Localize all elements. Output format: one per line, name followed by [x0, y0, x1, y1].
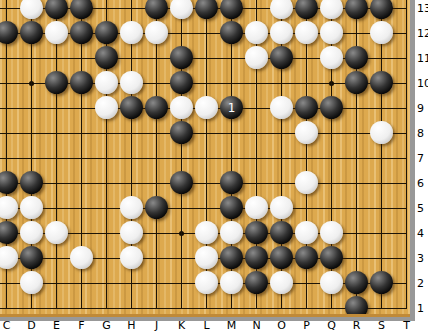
- row-label-4: 4: [417, 221, 428, 246]
- cell-F9[interactable]: [69, 96, 94, 121]
- cell-R1[interactable]: [344, 296, 369, 317]
- cell-L6[interactable]: [194, 171, 219, 196]
- cell-M12[interactable]: [219, 21, 244, 46]
- cell-S2[interactable]: [369, 271, 394, 296]
- white-stone-S8: [370, 121, 393, 144]
- cell-L1[interactable]: [194, 296, 219, 317]
- white-stone-P4: [295, 221, 318, 244]
- cell-K6[interactable]: [169, 171, 194, 196]
- cell-E10[interactable]: [44, 71, 69, 96]
- cell-J7[interactable]: [144, 146, 169, 171]
- cell-S5[interactable]: [369, 196, 394, 221]
- cell-G7[interactable]: [94, 146, 119, 171]
- cell-J4[interactable]: [144, 221, 169, 246]
- cell-Q11[interactable]: [319, 46, 344, 71]
- cell-M4[interactable]: [219, 221, 244, 246]
- cell-N8[interactable]: [244, 121, 269, 146]
- cell-F10[interactable]: [69, 71, 94, 96]
- cell-K10[interactable]: [169, 71, 194, 96]
- black-stone-K6: [170, 171, 193, 194]
- go-board: 1: [0, 0, 410, 317]
- cell-C5[interactable]: [0, 196, 19, 221]
- black-stone-E13: [45, 0, 68, 19]
- black-stone-M9: 1: [220, 96, 243, 119]
- cell-F13[interactable]: [69, 0, 94, 21]
- white-stone-H3: [120, 246, 143, 269]
- cell-L7[interactable]: [194, 146, 219, 171]
- cell-L9[interactable]: [194, 96, 219, 121]
- cell-G6[interactable]: [94, 171, 119, 196]
- cell-O4[interactable]: [269, 221, 294, 246]
- black-stone-R11: [345, 46, 368, 69]
- cell-E3[interactable]: [44, 246, 69, 271]
- white-stone-D4: [20, 221, 43, 244]
- cell-T8[interactable]: [394, 121, 410, 146]
- move-number-label: 1: [220, 96, 243, 119]
- cell-M1[interactable]: [219, 296, 244, 317]
- cell-N11[interactable]: [244, 46, 269, 71]
- cell-N4[interactable]: [244, 221, 269, 246]
- cell-M10[interactable]: [219, 71, 244, 96]
- cell-F2[interactable]: [69, 271, 94, 296]
- cell-L11[interactable]: [194, 46, 219, 71]
- cell-J12[interactable]: [144, 21, 169, 46]
- black-stone-F13: [70, 0, 93, 19]
- black-stone-P3: [295, 246, 318, 269]
- cell-C4[interactable]: [0, 221, 19, 246]
- white-stone-D5: [20, 196, 43, 219]
- white-stone-O9: [270, 96, 293, 119]
- cell-J1[interactable]: [144, 296, 169, 317]
- cell-N1[interactable]: [244, 296, 269, 317]
- cell-T5[interactable]: [394, 196, 410, 221]
- cell-D8[interactable]: [19, 121, 44, 146]
- cell-O8[interactable]: [269, 121, 294, 146]
- column-label-Q: Q: [319, 319, 344, 332]
- cell-G4[interactable]: [94, 221, 119, 246]
- cell-R2[interactable]: [344, 271, 369, 296]
- cell-N5[interactable]: [244, 196, 269, 221]
- cell-E8[interactable]: [44, 121, 69, 146]
- cell-M7[interactable]: [219, 146, 244, 171]
- cell-S12[interactable]: [369, 21, 394, 46]
- cell-M9[interactable]: 1: [219, 96, 244, 121]
- cell-N12[interactable]: [244, 21, 269, 46]
- black-stone-M13: [220, 0, 243, 19]
- cell-R11[interactable]: [344, 46, 369, 71]
- cell-R7[interactable]: [344, 146, 369, 171]
- cell-E11[interactable]: [44, 46, 69, 71]
- white-stone-N11: [245, 46, 268, 69]
- cell-T7[interactable]: [394, 146, 410, 171]
- cell-L3[interactable]: [194, 246, 219, 271]
- cell-G12[interactable]: [94, 21, 119, 46]
- cell-L8[interactable]: [194, 121, 219, 146]
- cell-G9[interactable]: [94, 96, 119, 121]
- cell-L12[interactable]: [194, 21, 219, 46]
- cell-R4[interactable]: [344, 221, 369, 246]
- cell-O2[interactable]: [269, 271, 294, 296]
- cell-P2[interactable]: [294, 271, 319, 296]
- row-label-8: 8: [417, 121, 428, 146]
- cell-H6[interactable]: [119, 171, 144, 196]
- white-stone-O5: [270, 196, 293, 219]
- cell-D7[interactable]: [19, 146, 44, 171]
- cell-P3[interactable]: [294, 246, 319, 271]
- go-board-app: 1 CDEFGHJKLMNOPQRST 13121110987654321: [0, 0, 428, 332]
- cell-H1[interactable]: [119, 296, 144, 317]
- white-stone-C3: [0, 246, 18, 269]
- cell-C7[interactable]: [0, 146, 19, 171]
- column-label-R: R: [344, 319, 369, 332]
- cell-E6[interactable]: [44, 171, 69, 196]
- cell-K3[interactable]: [169, 246, 194, 271]
- row-labels: 13121110987654321: [417, 0, 428, 321]
- black-stone-L13: [195, 0, 218, 19]
- cell-C3[interactable]: [0, 246, 19, 271]
- cell-Q12[interactable]: [319, 21, 344, 46]
- black-stone-K8: [170, 121, 193, 144]
- cell-Q7[interactable]: [319, 146, 344, 171]
- cell-M13[interactable]: [219, 0, 244, 21]
- cell-F12[interactable]: [69, 21, 94, 46]
- cell-D13[interactable]: [19, 0, 44, 21]
- black-stone-Q9: [320, 96, 343, 119]
- cell-F6[interactable]: [69, 171, 94, 196]
- black-stone-Q3: [320, 246, 343, 269]
- cell-P12[interactable]: [294, 21, 319, 46]
- cell-H5[interactable]: [119, 196, 144, 221]
- cell-G3[interactable]: [94, 246, 119, 271]
- white-stone-L4: [195, 221, 218, 244]
- cell-R5[interactable]: [344, 196, 369, 221]
- row-label-10: 10: [417, 71, 428, 96]
- cell-R12[interactable]: [344, 21, 369, 46]
- black-stone-G12: [95, 21, 118, 44]
- cell-J8[interactable]: [144, 121, 169, 146]
- cell-N10[interactable]: [244, 71, 269, 96]
- cell-G10[interactable]: [94, 71, 119, 96]
- cell-Q5[interactable]: [319, 196, 344, 221]
- column-label-J: J: [144, 319, 169, 332]
- white-stone-H4: [120, 221, 143, 244]
- white-stone-J12: [145, 21, 168, 44]
- cell-L5[interactable]: [194, 196, 219, 221]
- cell-C6[interactable]: [0, 171, 19, 196]
- cell-S3[interactable]: [369, 246, 394, 271]
- white-stone-L3: [195, 246, 218, 269]
- cell-P8[interactable]: [294, 121, 319, 146]
- cell-G5[interactable]: [94, 196, 119, 221]
- cell-P9[interactable]: [294, 96, 319, 121]
- cell-C13[interactable]: [0, 0, 19, 21]
- cell-N6[interactable]: [244, 171, 269, 196]
- black-stone-N3: [245, 246, 268, 269]
- cell-S4[interactable]: [369, 221, 394, 246]
- cell-D4[interactable]: [19, 221, 44, 246]
- cell-S10[interactable]: [369, 71, 394, 96]
- cell-O7[interactable]: [269, 146, 294, 171]
- cell-D5[interactable]: [19, 196, 44, 221]
- cell-K11[interactable]: [169, 46, 194, 71]
- white-stone-D13: [20, 0, 43, 19]
- cell-M5[interactable]: [219, 196, 244, 221]
- cell-O9[interactable]: [269, 96, 294, 121]
- cell-Q13[interactable]: [319, 0, 344, 21]
- row-label-1: 1: [417, 296, 428, 321]
- star-point-Q10: [329, 81, 334, 86]
- white-stone-P12: [295, 21, 318, 44]
- cell-O5[interactable]: [269, 196, 294, 221]
- cell-D3[interactable]: [19, 246, 44, 271]
- cell-G11[interactable]: [94, 46, 119, 71]
- cell-N13[interactable]: [244, 0, 269, 21]
- black-stone-M5: [220, 196, 243, 219]
- black-stone-J5: [145, 196, 168, 219]
- black-stone-C4: [0, 221, 18, 244]
- cell-R8[interactable]: [344, 121, 369, 146]
- cell-T12[interactable]: [394, 21, 410, 46]
- cell-K9[interactable]: [169, 96, 194, 121]
- cell-T2[interactable]: [394, 271, 410, 296]
- black-stone-R10: [345, 71, 368, 94]
- black-stone-E10: [45, 71, 68, 94]
- cell-M8[interactable]: [219, 121, 244, 146]
- cell-D10[interactable]: [19, 71, 44, 96]
- black-stone-D3: [20, 246, 43, 269]
- cell-F3[interactable]: [69, 246, 94, 271]
- cell-D9[interactable]: [19, 96, 44, 121]
- cell-Q9[interactable]: [319, 96, 344, 121]
- cell-H4[interactable]: [119, 221, 144, 246]
- cell-Q4[interactable]: [319, 221, 344, 246]
- cell-K4[interactable]: [169, 221, 194, 246]
- white-stone-H12: [120, 21, 143, 44]
- cell-P6[interactable]: [294, 171, 319, 196]
- cell-T11[interactable]: [394, 46, 410, 71]
- black-stone-C6: [0, 171, 18, 194]
- board-edge-shadow-right: [410, 0, 415, 320]
- cell-D2[interactable]: [19, 271, 44, 296]
- cell-R10[interactable]: [344, 71, 369, 96]
- cell-J3[interactable]: [144, 246, 169, 271]
- cell-C12[interactable]: [0, 21, 19, 46]
- cell-H8[interactable]: [119, 121, 144, 146]
- cell-F4[interactable]: [69, 221, 94, 246]
- cell-E2[interactable]: [44, 271, 69, 296]
- cell-L4[interactable]: [194, 221, 219, 246]
- cell-K1[interactable]: [169, 296, 194, 317]
- cell-T1[interactable]: [394, 296, 410, 317]
- cell-J10[interactable]: [144, 71, 169, 96]
- cell-J11[interactable]: [144, 46, 169, 71]
- cell-E7[interactable]: [44, 146, 69, 171]
- cell-P4[interactable]: [294, 221, 319, 246]
- cell-S1[interactable]: [369, 296, 394, 317]
- cell-N9[interactable]: [244, 96, 269, 121]
- white-stone-H10: [120, 71, 143, 94]
- white-stone-D2: [20, 271, 43, 294]
- cell-R6[interactable]: [344, 171, 369, 196]
- cell-T13[interactable]: [394, 0, 410, 21]
- cell-F11[interactable]: [69, 46, 94, 71]
- cell-P7[interactable]: [294, 146, 319, 171]
- cell-L2[interactable]: [194, 271, 219, 296]
- cell-M6[interactable]: [219, 171, 244, 196]
- cell-S9[interactable]: [369, 96, 394, 121]
- cell-H3[interactable]: [119, 246, 144, 271]
- cell-H10[interactable]: [119, 71, 144, 96]
- cell-O10[interactable]: [269, 71, 294, 96]
- cell-F7[interactable]: [69, 146, 94, 171]
- cell-S6[interactable]: [369, 171, 394, 196]
- cell-H13[interactable]: [119, 0, 144, 21]
- cell-H7[interactable]: [119, 146, 144, 171]
- cell-D12[interactable]: [19, 21, 44, 46]
- black-stone-N4: [245, 221, 268, 244]
- black-stone-G11: [95, 46, 118, 69]
- cell-H2[interactable]: [119, 271, 144, 296]
- cell-O13[interactable]: [269, 0, 294, 21]
- cell-J6[interactable]: [144, 171, 169, 196]
- cell-T3[interactable]: [394, 246, 410, 271]
- cell-Q10[interactable]: [319, 71, 344, 96]
- cell-N2[interactable]: [244, 271, 269, 296]
- white-stone-S12: [370, 21, 393, 44]
- cell-K7[interactable]: [169, 146, 194, 171]
- column-label-M: M: [219, 319, 244, 332]
- cell-P11[interactable]: [294, 46, 319, 71]
- cell-K8[interactable]: [169, 121, 194, 146]
- cell-C10[interactable]: [0, 71, 19, 96]
- cell-O11[interactable]: [269, 46, 294, 71]
- black-stone-J9: [145, 96, 168, 119]
- star-point-D10: [29, 81, 34, 86]
- white-stone-L2: [195, 271, 218, 294]
- cell-E4[interactable]: [44, 221, 69, 246]
- cell-H11[interactable]: [119, 46, 144, 71]
- cell-G1[interactable]: [94, 296, 119, 317]
- cell-E13[interactable]: [44, 0, 69, 21]
- cell-O6[interactable]: [269, 171, 294, 196]
- cell-C8[interactable]: [0, 121, 19, 146]
- cell-K5[interactable]: [169, 196, 194, 221]
- cell-P1[interactable]: [294, 296, 319, 317]
- cell-Q1[interactable]: [319, 296, 344, 317]
- cell-J9[interactable]: [144, 96, 169, 121]
- cell-T4[interactable]: [394, 221, 410, 246]
- cell-O3[interactable]: [269, 246, 294, 271]
- cell-S13[interactable]: [369, 0, 394, 21]
- black-stone-O3: [270, 246, 293, 269]
- cell-C9[interactable]: [0, 96, 19, 121]
- cell-M3[interactable]: [219, 246, 244, 271]
- cell-G2[interactable]: [94, 271, 119, 296]
- cell-M11[interactable]: [219, 46, 244, 71]
- column-label-D: D: [19, 319, 44, 332]
- white-stone-O2: [270, 271, 293, 294]
- black-stone-P9: [295, 96, 318, 119]
- row-label-11: 11: [417, 46, 428, 71]
- black-stone-M3: [220, 246, 243, 269]
- black-stone-P13: [295, 0, 318, 19]
- row-label-2: 2: [417, 271, 428, 296]
- cell-C11[interactable]: [0, 46, 19, 71]
- cell-E5[interactable]: [44, 196, 69, 221]
- cell-F1[interactable]: [69, 296, 94, 317]
- cell-S11[interactable]: [369, 46, 394, 71]
- black-stone-S13: [370, 0, 393, 19]
- cell-T9[interactable]: [394, 96, 410, 121]
- cell-E12[interactable]: [44, 21, 69, 46]
- white-stone-M4: [220, 221, 243, 244]
- cell-T6[interactable]: [394, 171, 410, 196]
- cell-P10[interactable]: [294, 71, 319, 96]
- cell-K2[interactable]: [169, 271, 194, 296]
- cell-K13[interactable]: [169, 0, 194, 21]
- cell-R3[interactable]: [344, 246, 369, 271]
- cell-Q6[interactable]: [319, 171, 344, 196]
- white-stone-E12: [45, 21, 68, 44]
- black-stone-F10: [70, 71, 93, 94]
- cell-E1[interactable]: [44, 296, 69, 317]
- cell-L13[interactable]: [194, 0, 219, 21]
- cell-H12[interactable]: [119, 21, 144, 46]
- row-label-6: 6: [417, 171, 428, 196]
- cell-Q8[interactable]: [319, 121, 344, 146]
- cell-M2[interactable]: [219, 271, 244, 296]
- cell-S8[interactable]: [369, 121, 394, 146]
- cell-O1[interactable]: [269, 296, 294, 317]
- cell-D11[interactable]: [19, 46, 44, 71]
- cell-C1[interactable]: [0, 296, 19, 317]
- cell-Q3[interactable]: [319, 246, 344, 271]
- cell-O12[interactable]: [269, 21, 294, 46]
- column-label-S: S: [369, 319, 394, 332]
- cell-T10[interactable]: [394, 71, 410, 96]
- cell-R9[interactable]: [344, 96, 369, 121]
- cell-K12[interactable]: [169, 21, 194, 46]
- cell-F8[interactable]: [69, 121, 94, 146]
- white-stone-G9: [95, 96, 118, 119]
- cell-D6[interactable]: [19, 171, 44, 196]
- black-stone-N2: [245, 271, 268, 294]
- white-stone-O13: [270, 0, 293, 19]
- white-stone-L9: [195, 96, 218, 119]
- cell-H9[interactable]: [119, 96, 144, 121]
- column-label-E: E: [44, 319, 69, 332]
- cell-J13[interactable]: [144, 0, 169, 21]
- cell-J5[interactable]: [144, 196, 169, 221]
- white-stone-P8: [295, 121, 318, 144]
- cell-D1[interactable]: [19, 296, 44, 317]
- cell-L10[interactable]: [194, 71, 219, 96]
- cell-G8[interactable]: [94, 121, 119, 146]
- cell-C2[interactable]: [0, 271, 19, 296]
- cell-J2[interactable]: [144, 271, 169, 296]
- cell-P13[interactable]: [294, 0, 319, 21]
- cell-N3[interactable]: [244, 246, 269, 271]
- cell-F5[interactable]: [69, 196, 94, 221]
- cell-N7[interactable]: [244, 146, 269, 171]
- cell-S7[interactable]: [369, 146, 394, 171]
- cell-P5[interactable]: [294, 196, 319, 221]
- cell-E9[interactable]: [44, 96, 69, 121]
- cell-R13[interactable]: [344, 0, 369, 21]
- cell-Q2[interactable]: [319, 271, 344, 296]
- black-stone-R2: [345, 271, 368, 294]
- cell-G13[interactable]: [94, 0, 119, 21]
